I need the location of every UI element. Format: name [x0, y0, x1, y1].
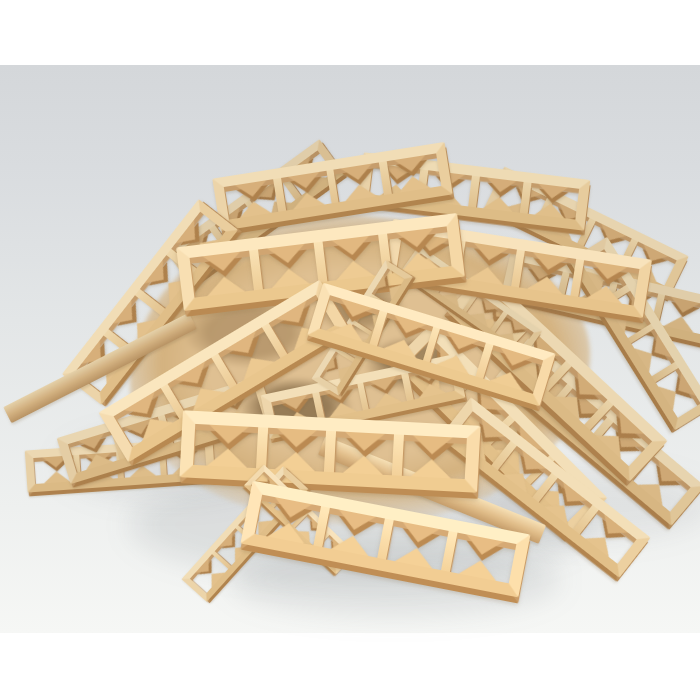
block-frame-inner [193, 424, 467, 479]
block-window [472, 176, 527, 213]
lattice-block [179, 411, 480, 494]
block-window [319, 295, 382, 344]
block-window [383, 153, 441, 194]
block-windows [193, 424, 467, 479]
block-window [318, 507, 389, 558]
block-window [515, 250, 580, 296]
block-window [329, 161, 387, 202]
block-window [261, 428, 331, 473]
block-window [360, 373, 410, 409]
block-window [479, 344, 542, 393]
block-window [189, 250, 258, 297]
block-window [574, 259, 639, 305]
block-window [397, 435, 467, 480]
block-window [426, 327, 489, 376]
block-window [276, 170, 334, 211]
block-window [373, 311, 436, 360]
block-window [253, 242, 322, 289]
block-window [445, 532, 516, 583]
product-photo [0, 0, 700, 700]
block-window [381, 520, 452, 571]
block-window [524, 183, 579, 220]
block-window [223, 178, 281, 219]
block-window [329, 431, 399, 476]
block-window [193, 424, 263, 469]
block-window [254, 495, 325, 546]
